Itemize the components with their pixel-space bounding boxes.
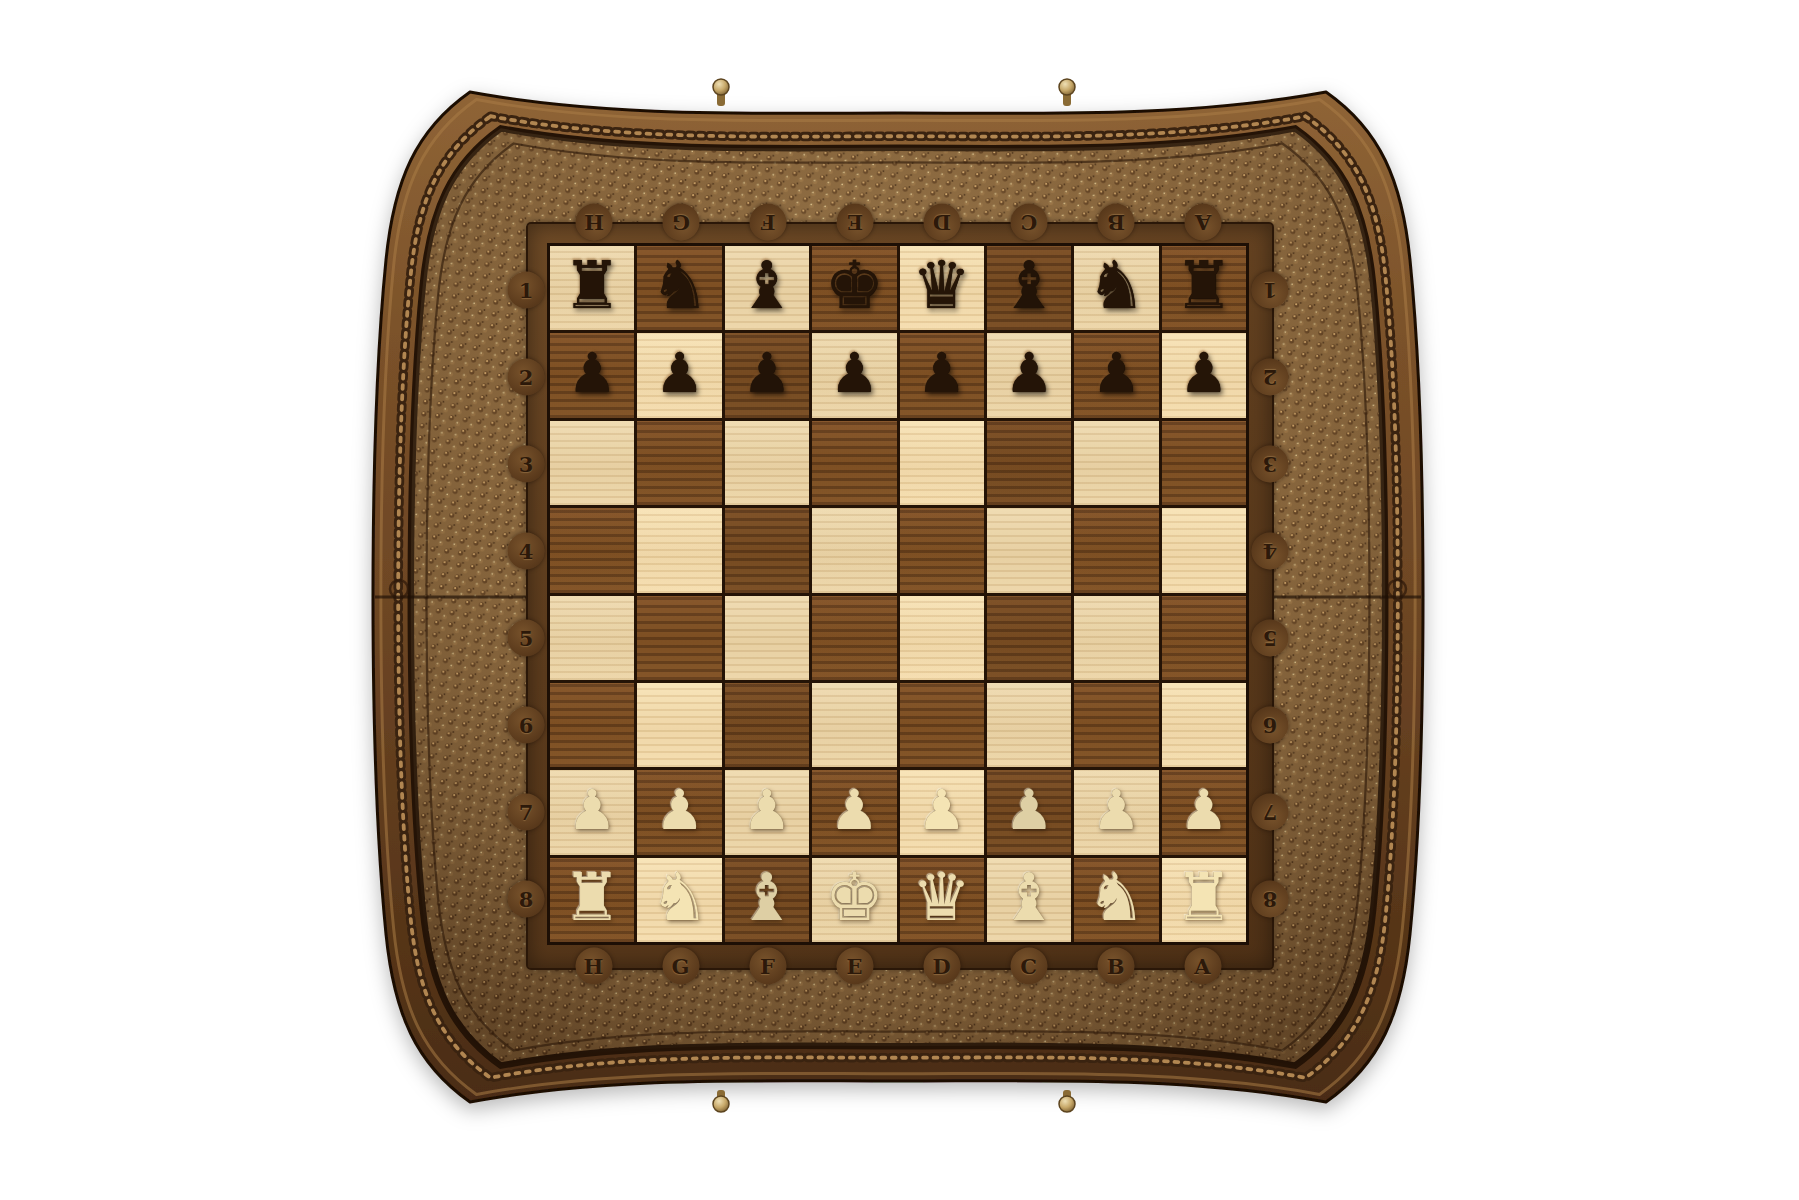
rank-label-left-3: 3: [508, 445, 545, 482]
white-pawn: ♟: [568, 783, 617, 838]
square-g1[interactable]: ♞: [637, 246, 721, 330]
white-knight: ♞: [650, 865, 709, 931]
square-b4[interactable]: [1074, 508, 1158, 592]
rank-label-right-4: 4: [1252, 532, 1289, 569]
black-pawn: ♟: [917, 346, 966, 401]
file-label-top-a: A: [1184, 204, 1221, 241]
square-f5[interactable]: [725, 596, 809, 680]
photo-canvas: ♜♞♝♚♛♝♞♜♟♟♟♟♟♟♟♟♟♟♟♟♟♟♟♟♜♞♝♚♛♝♞♜ HHGGFFE…: [0, 0, 1799, 1200]
file-label-bottom-d: D: [923, 948, 960, 985]
square-f8[interactable]: ♝: [725, 858, 809, 942]
square-f3[interactable]: [725, 421, 809, 505]
square-a4[interactable]: [1162, 508, 1246, 592]
rank-label-left-2: 2: [508, 358, 545, 395]
square-e8[interactable]: ♚: [812, 858, 896, 942]
square-g3[interactable]: [637, 421, 721, 505]
square-c6[interactable]: [987, 683, 1071, 767]
square-e2[interactable]: ♟: [812, 333, 896, 417]
rank-label-right-7: 7: [1252, 793, 1289, 830]
file-label-bottom-g: G: [662, 948, 699, 985]
file-label-bottom-c: C: [1010, 948, 1047, 985]
square-d8[interactable]: ♛: [900, 858, 984, 942]
square-e1[interactable]: ♚: [812, 246, 896, 330]
square-c8[interactable]: ♝: [987, 858, 1071, 942]
hinge-knob-bottom-right: [1059, 1090, 1075, 1112]
file-label-top-f: F: [749, 204, 786, 241]
rank-label-right-6: 6: [1252, 706, 1289, 743]
square-b1[interactable]: ♞: [1074, 246, 1158, 330]
white-pawn: ♟: [1179, 783, 1228, 838]
rank-label-right-8: 8: [1252, 880, 1289, 917]
black-king: ♚: [825, 253, 884, 319]
square-g4[interactable]: [637, 508, 721, 592]
file-label-bottom-a: A: [1184, 948, 1221, 985]
square-a2[interactable]: ♟: [1162, 333, 1246, 417]
square-g7[interactable]: ♟: [637, 770, 721, 854]
file-label-top-g: G: [662, 204, 699, 241]
square-c4[interactable]: [987, 508, 1071, 592]
square-a1[interactable]: ♜: [1162, 246, 1246, 330]
square-d7[interactable]: ♟: [900, 770, 984, 854]
white-pawn: ♟: [830, 783, 879, 838]
square-e3[interactable]: [812, 421, 896, 505]
square-b7[interactable]: ♟: [1074, 770, 1158, 854]
square-c2[interactable]: ♟: [987, 333, 1071, 417]
rank-label-left-1: 1: [508, 271, 545, 308]
square-h1[interactable]: ♜: [550, 246, 634, 330]
white-pawn: ♟: [742, 783, 791, 838]
square-h4[interactable]: [550, 508, 634, 592]
rank-label-right-5: 5: [1252, 619, 1289, 656]
hinge-knob-top-left: [713, 79, 729, 106]
square-c5[interactable]: [987, 596, 1071, 680]
rank-label-left-4: 4: [508, 532, 545, 569]
square-a3[interactable]: [1162, 421, 1246, 505]
square-c1[interactable]: ♝: [987, 246, 1071, 330]
rank-label-right-2: 2: [1252, 358, 1289, 395]
black-pawn: ♟: [1092, 346, 1141, 401]
square-e7[interactable]: ♟: [812, 770, 896, 854]
rank-label-left-5: 5: [508, 619, 545, 656]
square-d4[interactable]: [900, 508, 984, 592]
square-d6[interactable]: [900, 683, 984, 767]
square-f2[interactable]: ♟: [725, 333, 809, 417]
black-bishop: ♝: [999, 253, 1058, 319]
rank-label-left-6: 6: [508, 706, 545, 743]
square-d2[interactable]: ♟: [900, 333, 984, 417]
square-e6[interactable]: [812, 683, 896, 767]
square-h8[interactable]: ♜: [550, 858, 634, 942]
black-pawn: ♟: [1004, 346, 1053, 401]
file-label-bottom-b: B: [1097, 948, 1134, 985]
black-pawn: ♟: [830, 346, 879, 401]
file-label-top-h: H: [575, 204, 612, 241]
file-label-bottom-h: H: [575, 948, 612, 985]
square-h2[interactable]: ♟: [550, 333, 634, 417]
square-g5[interactable]: [637, 596, 721, 680]
square-b5[interactable]: [1074, 596, 1158, 680]
square-d3[interactable]: [900, 421, 984, 505]
hinge-knob-top-right: [1059, 79, 1075, 106]
square-f7[interactable]: ♟: [725, 770, 809, 854]
square-e4[interactable]: [812, 508, 896, 592]
square-a8[interactable]: ♜: [1162, 858, 1246, 942]
white-pawn: ♟: [655, 783, 704, 838]
square-h6[interactable]: [550, 683, 634, 767]
square-h3[interactable]: [550, 421, 634, 505]
square-a7[interactable]: ♟: [1162, 770, 1246, 854]
square-b3[interactable]: [1074, 421, 1158, 505]
white-bishop: ♝: [737, 865, 796, 931]
square-g6[interactable]: [637, 683, 721, 767]
black-bishop: ♝: [737, 253, 796, 319]
file-label-top-c: C: [1010, 204, 1047, 241]
square-a5[interactable]: [1162, 596, 1246, 680]
rank-label-left-7: 7: [508, 793, 545, 830]
square-b2[interactable]: ♟: [1074, 333, 1158, 417]
square-d1[interactable]: ♛: [900, 246, 984, 330]
square-e5[interactable]: [812, 596, 896, 680]
black-pawn: ♟: [655, 346, 704, 401]
rank-label-right-3: 3: [1252, 445, 1289, 482]
file-label-top-e: E: [836, 204, 873, 241]
black-pawn: ♟: [1179, 346, 1228, 401]
white-rook: ♜: [1174, 865, 1233, 931]
square-b6[interactable]: [1074, 683, 1158, 767]
file-label-top-d: D: [923, 204, 960, 241]
black-pawn: ♟: [742, 346, 791, 401]
white-pawn: ♟: [1004, 783, 1053, 838]
white-pawn: ♟: [917, 783, 966, 838]
black-rook: ♜: [1174, 253, 1233, 319]
square-a6[interactable]: [1162, 683, 1246, 767]
black-knight: ♞: [650, 253, 709, 319]
white-king: ♚: [825, 865, 884, 931]
white-rook: ♜: [563, 865, 622, 931]
square-c7[interactable]: ♟: [987, 770, 1071, 854]
square-f4[interactable]: [725, 508, 809, 592]
white-queen: ♛: [912, 865, 971, 931]
white-knight: ♞: [1087, 865, 1146, 931]
square-b8[interactable]: ♞: [1074, 858, 1158, 942]
square-c3[interactable]: [987, 421, 1071, 505]
file-label-bottom-f: F: [749, 948, 786, 985]
square-f6[interactable]: [725, 683, 809, 767]
square-g2[interactable]: ♟: [637, 333, 721, 417]
square-h7[interactable]: ♟: [550, 770, 634, 854]
black-queen: ♛: [912, 253, 971, 319]
white-pawn: ♟: [1092, 783, 1141, 838]
rank-label-right-1: 1: [1252, 271, 1289, 308]
black-rook: ♜: [563, 253, 622, 319]
chess-board: ♜♞♝♚♛♝♞♜♟♟♟♟♟♟♟♟♟♟♟♟♟♟♟♟♜♞♝♚♛♝♞♜: [547, 243, 1249, 945]
hinge-knob-bottom-left: [713, 1090, 729, 1112]
square-f1[interactable]: ♝: [725, 246, 809, 330]
square-h5[interactable]: [550, 596, 634, 680]
square-d5[interactable]: [900, 596, 984, 680]
black-knight: ♞: [1087, 253, 1146, 319]
rank-label-left-8: 8: [508, 880, 545, 917]
square-g8[interactable]: ♞: [637, 858, 721, 942]
file-label-bottom-e: E: [836, 948, 873, 985]
white-bishop: ♝: [999, 865, 1058, 931]
black-pawn: ♟: [568, 346, 617, 401]
file-label-top-b: B: [1097, 204, 1134, 241]
